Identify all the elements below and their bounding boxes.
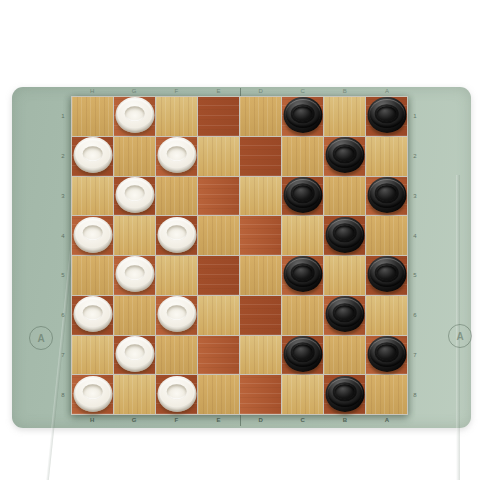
square-A3[interactable] xyxy=(366,177,407,216)
black-checker-C1[interactable] xyxy=(283,97,322,133)
checker-recess xyxy=(377,265,397,280)
mat-logo-letter: A xyxy=(456,331,463,342)
rank-label-1: 1 xyxy=(58,96,68,136)
checker-recess xyxy=(83,305,103,320)
square-C1[interactable] xyxy=(282,97,323,136)
square-H1[interactable] xyxy=(72,97,113,136)
checker-top-face xyxy=(285,99,320,128)
square-G4[interactable] xyxy=(114,216,155,255)
white-checker-F4[interactable] xyxy=(157,217,196,253)
square-B3[interactable] xyxy=(324,177,365,216)
square-E6[interactable] xyxy=(198,296,239,335)
square-F7[interactable] xyxy=(156,336,197,375)
square-D6[interactable] xyxy=(240,296,281,335)
square-F3[interactable] xyxy=(156,177,197,216)
square-A6[interactable] xyxy=(366,296,407,335)
mat-logo-icon: A xyxy=(29,326,53,350)
checker-recess xyxy=(377,186,397,201)
rank-label-7: 7 xyxy=(410,335,420,375)
square-F1[interactable] xyxy=(156,97,197,136)
checker-recess xyxy=(293,265,313,280)
file-label-H: H xyxy=(71,88,113,96)
square-A7[interactable] xyxy=(366,336,407,375)
square-D1[interactable] xyxy=(240,97,281,136)
square-D5[interactable] xyxy=(240,256,281,295)
checker-top-face xyxy=(327,219,362,248)
square-G3[interactable] xyxy=(114,177,155,216)
file-labels-bottom: HGFEDCBA xyxy=(71,417,408,427)
checker-top-face xyxy=(369,258,404,287)
white-checker-F6[interactable] xyxy=(157,296,196,332)
square-G6[interactable] xyxy=(114,296,155,335)
square-D2[interactable] xyxy=(240,137,281,176)
square-D4[interactable] xyxy=(240,216,281,255)
square-C3[interactable] xyxy=(282,177,323,216)
square-B8[interactable] xyxy=(324,375,365,414)
rank-label-3: 3 xyxy=(58,176,68,216)
rank-label-4: 4 xyxy=(410,216,420,256)
file-label-F: F xyxy=(155,417,197,427)
black-checker-C7[interactable] xyxy=(283,336,322,372)
checker-top-face xyxy=(117,179,152,208)
square-C6[interactable] xyxy=(282,296,323,335)
checker-top-face xyxy=(285,338,320,367)
square-B5[interactable] xyxy=(324,256,365,295)
file-label-C: C xyxy=(282,417,324,427)
white-checker-G5[interactable] xyxy=(115,256,154,292)
square-A8[interactable] xyxy=(366,375,407,414)
checker-top-face xyxy=(327,378,362,407)
file-labels-top: HGFEDCBA xyxy=(71,88,408,96)
rank-labels-right: 12345678 xyxy=(410,96,420,415)
square-A5[interactable] xyxy=(366,256,407,295)
black-checker-C5[interactable] xyxy=(283,256,322,292)
product-photo: A A HGFEDCBA HGFEDCBA 12345678 12345678 xyxy=(0,0,480,480)
square-H5[interactable] xyxy=(72,256,113,295)
checker-recess xyxy=(293,345,313,360)
rank-label-8: 8 xyxy=(410,375,420,415)
checker-top-face xyxy=(75,298,110,327)
white-checker-H2[interactable] xyxy=(73,137,112,173)
checker-top-face xyxy=(159,219,194,248)
file-label-B: B xyxy=(324,88,366,96)
rank-label-7: 7 xyxy=(58,335,68,375)
mat-logo-icon: A xyxy=(448,324,472,348)
checker-recess xyxy=(125,186,145,201)
checker-top-face xyxy=(75,139,110,168)
mat-logo-letter: A xyxy=(37,333,44,344)
checker-recess xyxy=(335,305,355,320)
black-checker-A3[interactable] xyxy=(367,177,406,213)
file-label-E: E xyxy=(197,88,239,96)
file-label-A: A xyxy=(366,88,408,96)
checker-recess xyxy=(167,146,187,161)
square-A1[interactable] xyxy=(366,97,407,136)
square-G1[interactable] xyxy=(114,97,155,136)
square-H8[interactable] xyxy=(72,375,113,414)
checker-top-face xyxy=(159,378,194,407)
black-checker-B6[interactable] xyxy=(325,296,364,332)
checker-recess xyxy=(335,225,355,240)
checker-recess xyxy=(167,225,187,240)
square-H3[interactable] xyxy=(72,177,113,216)
square-G5[interactable] xyxy=(114,256,155,295)
checker-top-face xyxy=(327,298,362,327)
rank-label-1: 1 xyxy=(410,96,420,136)
file-label-D: D xyxy=(240,417,282,427)
square-B2[interactable] xyxy=(324,137,365,176)
checker-recess xyxy=(83,225,103,240)
square-G8[interactable] xyxy=(114,375,155,414)
square-A4[interactable] xyxy=(366,216,407,255)
square-H6[interactable] xyxy=(72,296,113,335)
file-label-G: G xyxy=(113,88,155,96)
white-checker-F8[interactable] xyxy=(157,376,196,412)
square-H4[interactable] xyxy=(72,216,113,255)
square-F6[interactable] xyxy=(156,296,197,335)
checkers-board xyxy=(71,96,408,415)
square-E2[interactable] xyxy=(198,137,239,176)
square-F4[interactable] xyxy=(156,216,197,255)
black-checker-B4[interactable] xyxy=(325,217,364,253)
black-checker-C3[interactable] xyxy=(283,177,322,213)
square-A2[interactable] xyxy=(366,137,407,176)
checker-top-face xyxy=(75,219,110,248)
checker-top-face xyxy=(117,338,152,367)
file-label-A: A xyxy=(366,417,408,427)
white-checker-G3[interactable] xyxy=(115,177,154,213)
file-label-E: E xyxy=(197,417,239,427)
white-checker-F2[interactable] xyxy=(157,137,196,173)
file-label-G: G xyxy=(113,417,155,427)
square-F2[interactable] xyxy=(156,137,197,176)
rank-label-4: 4 xyxy=(58,216,68,256)
rank-label-2: 2 xyxy=(410,136,420,176)
square-H7[interactable] xyxy=(72,336,113,375)
rank-labels-left: 12345678 xyxy=(58,96,68,415)
checker-top-face xyxy=(159,139,194,168)
checker-top-face xyxy=(285,258,320,287)
square-G7[interactable] xyxy=(114,336,155,375)
checker-recess xyxy=(335,146,355,161)
black-checker-B8[interactable] xyxy=(325,376,364,412)
black-checker-A5[interactable] xyxy=(367,256,406,292)
square-E3[interactable] xyxy=(198,177,239,216)
white-checker-G1[interactable] xyxy=(115,97,154,133)
square-G2[interactable] xyxy=(114,137,155,176)
file-label-F: F xyxy=(155,88,197,96)
square-B6[interactable] xyxy=(324,296,365,335)
square-C7[interactable] xyxy=(282,336,323,375)
checker-recess xyxy=(293,106,313,121)
square-C4[interactable] xyxy=(282,216,323,255)
checker-recess xyxy=(293,186,313,201)
square-C5[interactable] xyxy=(282,256,323,295)
checker-top-face xyxy=(117,99,152,128)
checker-top-face xyxy=(75,378,110,407)
checker-top-face xyxy=(159,298,194,327)
square-E4[interactable] xyxy=(198,216,239,255)
checker-recess xyxy=(377,345,397,360)
square-B7[interactable] xyxy=(324,336,365,375)
square-F8[interactable] xyxy=(156,375,197,414)
square-E8[interactable] xyxy=(198,375,239,414)
rank-label-6: 6 xyxy=(410,295,420,335)
white-checker-H8[interactable] xyxy=(73,376,112,412)
checker-top-face xyxy=(327,139,362,168)
rank-label-2: 2 xyxy=(58,136,68,176)
square-F5[interactable] xyxy=(156,256,197,295)
square-D8[interactable] xyxy=(240,375,281,414)
file-label-C: C xyxy=(282,88,324,96)
checker-recess xyxy=(335,384,355,399)
rank-label-6: 6 xyxy=(58,295,68,335)
file-label-D: D xyxy=(240,88,282,96)
checker-top-face xyxy=(369,338,404,367)
square-C2[interactable] xyxy=(282,137,323,176)
checker-recess xyxy=(377,106,397,121)
rank-label-5: 5 xyxy=(58,256,68,296)
checker-recess xyxy=(125,265,145,280)
square-E1[interactable] xyxy=(198,97,239,136)
white-checker-H4[interactable] xyxy=(73,217,112,253)
file-label-H: H xyxy=(71,417,113,427)
square-E7[interactable] xyxy=(198,336,239,375)
square-B1[interactable] xyxy=(324,97,365,136)
black-checker-A1[interactable] xyxy=(367,97,406,133)
rank-label-5: 5 xyxy=(410,256,420,296)
checker-recess xyxy=(167,305,187,320)
checker-recess xyxy=(83,146,103,161)
file-label-B: B xyxy=(324,417,366,427)
rank-label-8: 8 xyxy=(58,375,68,415)
square-E5[interactable] xyxy=(198,256,239,295)
black-checker-A7[interactable] xyxy=(367,336,406,372)
square-C8[interactable] xyxy=(282,375,323,414)
square-H2[interactable] xyxy=(72,137,113,176)
square-B4[interactable] xyxy=(324,216,365,255)
checker-top-face xyxy=(369,179,404,208)
checker-top-face xyxy=(285,179,320,208)
rank-label-3: 3 xyxy=(410,176,420,216)
white-checker-H6[interactable] xyxy=(73,296,112,332)
checker-recess xyxy=(125,345,145,360)
square-D3[interactable] xyxy=(240,177,281,216)
black-checker-B2[interactable] xyxy=(325,137,364,173)
white-checker-G7[interactable] xyxy=(115,336,154,372)
checker-recess xyxy=(125,106,145,121)
checker-top-face xyxy=(369,99,404,128)
checker-recess xyxy=(83,384,103,399)
checker-recess xyxy=(167,384,187,399)
checker-top-face xyxy=(117,258,152,287)
square-D7[interactable] xyxy=(240,336,281,375)
